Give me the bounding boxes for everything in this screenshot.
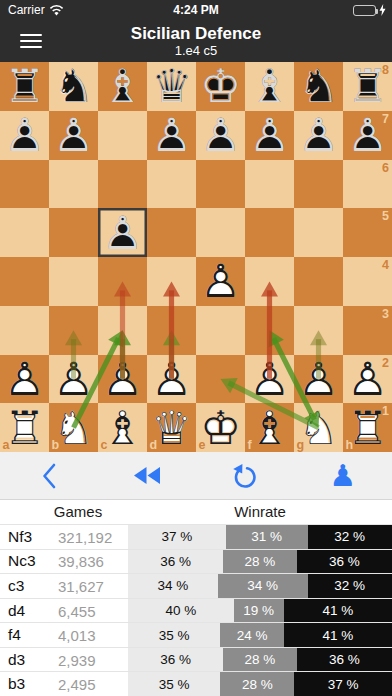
square-g1[interactable]: ♞♘g xyxy=(294,403,343,452)
square-f2[interactable]: ♟♙ xyxy=(245,355,294,404)
square-g7[interactable]: ♟♙ xyxy=(294,111,343,160)
black-pawn: ♟ xyxy=(98,208,147,257)
black-king-outline: ♔ xyxy=(196,62,245,111)
white-pawn: ♟ xyxy=(196,257,245,306)
move-row-b3[interactable]: b32,49535 %28 %37 % xyxy=(0,671,392,696)
square-e6[interactable] xyxy=(196,160,245,209)
black-win-segment: 32 % xyxy=(308,525,392,549)
table-header: Games Winrate xyxy=(0,500,392,524)
black-rook-outline: ♖ xyxy=(0,62,49,111)
white-pawn-outline: ♙ xyxy=(294,355,343,404)
black-win-segment: 37 % xyxy=(294,672,392,696)
black-win-segment: 32 % xyxy=(308,574,392,598)
black-pawn: ♟ xyxy=(196,111,245,160)
square-b7[interactable]: ♟♙ xyxy=(49,111,98,160)
winrate-column-header: Winrate xyxy=(128,503,392,520)
square-b4[interactable] xyxy=(49,257,98,306)
move-row-d3[interactable]: d32,93936 %28 %36 % xyxy=(0,647,392,672)
black-pawn: ♟ xyxy=(147,111,196,160)
moves-table: Games Winrate Nf3321,19237 %31 %32 %Nc33… xyxy=(0,500,392,696)
move-row-Nc3[interactable]: Nc339,83636 %28 %36 % xyxy=(0,549,392,574)
white-pawn-outline: ♙ xyxy=(49,355,98,404)
header: Carrier 4:24 PM Sicilian Defence 1.e4 c5 xyxy=(0,0,392,62)
square-a6[interactable] xyxy=(0,160,49,209)
black-bishop: ♝ xyxy=(245,62,294,111)
white-pawn-outline: ♙ xyxy=(245,355,294,404)
square-b5[interactable] xyxy=(49,208,98,257)
square-f7[interactable]: ♟♙ xyxy=(245,111,294,160)
white-pawn: ♟ xyxy=(49,355,98,404)
draw-segment: 28 % xyxy=(220,672,294,696)
square-e2[interactable] xyxy=(196,355,245,404)
white-win-segment: 35 % xyxy=(128,623,220,647)
square-d4[interactable] xyxy=(147,257,196,306)
white-bishop: ♝ xyxy=(245,403,294,452)
square-b3[interactable] xyxy=(49,306,98,355)
square-a8[interactable]: ♜♖ xyxy=(0,62,49,111)
black-knight: ♞ xyxy=(294,62,343,111)
draw-segment: 31 % xyxy=(226,525,308,549)
square-b2[interactable]: ♟♙ xyxy=(49,355,98,404)
file-label-b: b xyxy=(52,438,60,452)
games-count: 39,836 xyxy=(58,553,104,570)
rank-label-5: 5 xyxy=(382,209,389,223)
chevron-left-icon xyxy=(42,463,56,489)
hamburger-menu-icon[interactable] xyxy=(20,31,42,51)
square-a7[interactable]: ♟♙ xyxy=(0,111,49,160)
black-pawn-outline: ♙ xyxy=(98,208,147,257)
games-count: 31,627 xyxy=(58,577,104,594)
square-d3[interactable] xyxy=(147,306,196,355)
rank-label-4: 4 xyxy=(382,258,389,272)
black-bishop: ♝ xyxy=(98,62,147,111)
square-h2[interactable]: ♟♙2 xyxy=(343,355,392,404)
square-g8[interactable]: ♞♘ xyxy=(294,62,343,111)
draw-segment: 28 % xyxy=(223,648,297,672)
games-count: 6,455 xyxy=(58,602,96,619)
winrate-bar: 36 %28 %36 % xyxy=(128,550,392,574)
move-label: d3 xyxy=(8,651,25,669)
back-button[interactable] xyxy=(0,452,98,499)
square-a2[interactable]: ♟♙ xyxy=(0,355,49,404)
move-row-c3[interactable]: c331,62734 %34 %32 % xyxy=(0,573,392,598)
file-label-a: a xyxy=(3,438,10,452)
square-e4[interactable]: ♟♙ xyxy=(196,257,245,306)
file-label-g: g xyxy=(297,438,305,452)
app-root: Carrier 4:24 PM Sicilian Defence 1.e4 c5 xyxy=(0,0,392,696)
page-title: Sicilian Defence xyxy=(131,24,261,43)
square-h7[interactable]: ♟♙7 xyxy=(343,111,392,160)
black-knight-outline: ♘ xyxy=(49,62,98,111)
black-pawn-outline: ♙ xyxy=(49,111,98,160)
white-pawn-outline: ♙ xyxy=(147,355,196,404)
square-g5[interactable] xyxy=(294,208,343,257)
black-rook: ♜ xyxy=(0,62,49,111)
white-pawn-outline: ♙ xyxy=(0,355,49,404)
square-b8[interactable]: ♞♘ xyxy=(49,62,98,111)
move-row-d4[interactable]: d46,45540 %19 %41 % xyxy=(0,598,392,623)
move-row-f4[interactable]: f44,01335 %24 %41 % xyxy=(0,622,392,647)
rank-label-7: 7 xyxy=(382,112,389,126)
move-row-Nf3[interactable]: Nf3321,19237 %31 %32 % xyxy=(0,524,392,549)
black-win-segment: 36 % xyxy=(297,550,392,574)
move-label: f4 xyxy=(8,626,21,644)
square-a3[interactable] xyxy=(0,306,49,355)
square-a1[interactable]: ♜♖a xyxy=(0,403,49,452)
black-bishop-outline: ♗ xyxy=(98,62,147,111)
square-e3[interactable] xyxy=(196,306,245,355)
square-b1[interactable]: ♞♘b xyxy=(49,403,98,452)
square-f1[interactable]: ♝♗f xyxy=(245,403,294,452)
games-count: 2,939 xyxy=(58,651,96,668)
square-g6[interactable] xyxy=(294,160,343,209)
square-b6[interactable] xyxy=(49,160,98,209)
winrate-bar: 36 %28 %36 % xyxy=(128,648,392,672)
white-pawn: ♟ xyxy=(0,355,49,404)
rewind-button[interactable] xyxy=(98,452,196,499)
navigation-bar: Sicilian Defence 1.e4 c5 xyxy=(0,20,392,62)
black-win-segment: 36 % xyxy=(297,648,392,672)
draw-segment: 19 % xyxy=(234,599,284,623)
file-label-e: e xyxy=(199,438,206,452)
file-label-c: c xyxy=(101,438,108,452)
table-rows: Nf3321,19237 %31 %32 %Nc339,83636 %28 %3… xyxy=(0,524,392,696)
square-c4[interactable] xyxy=(98,257,147,306)
white-pawn: ♟ xyxy=(245,355,294,404)
square-g2[interactable]: ♟♙ xyxy=(294,355,343,404)
file-label-d: d xyxy=(150,438,158,452)
draw-segment: 28 % xyxy=(223,550,297,574)
black-pawn-outline: ♙ xyxy=(147,111,196,160)
square-f8[interactable]: ♝♗ xyxy=(245,62,294,111)
black-pawn-outline: ♙ xyxy=(0,111,49,160)
rotate-counterclockwise-icon xyxy=(230,461,260,491)
winrate-bar: 40 %19 %41 % xyxy=(128,599,392,623)
black-win-segment: 41 % xyxy=(284,623,392,647)
toolbar: ♟ xyxy=(0,452,392,500)
square-h5[interactable]: 5 xyxy=(343,208,392,257)
black-knight-outline: ♘ xyxy=(294,62,343,111)
square-a4[interactable] xyxy=(0,257,49,306)
square-e8[interactable]: ♚♔ xyxy=(196,62,245,111)
pawn-icon: ♟ xyxy=(330,461,357,491)
black-queen: ♛ xyxy=(147,62,196,111)
square-e1[interactable]: ♚♔e xyxy=(196,403,245,452)
rank-label-8: 8 xyxy=(382,63,389,77)
black-bishop-outline: ♗ xyxy=(245,62,294,111)
opening-moves-subtitle: 1.e4 c5 xyxy=(175,43,218,58)
battery-icon xyxy=(353,5,376,16)
fast-backward-icon xyxy=(134,467,160,484)
white-bishop-outline: ♗ xyxy=(245,403,294,452)
winrate-bar: 34 %34 %32 % xyxy=(128,574,392,598)
square-c8[interactable]: ♝♗ xyxy=(98,62,147,111)
square-h1[interactable]: ♜♖1h xyxy=(343,403,392,452)
black-queen-outline: ♕ xyxy=(147,62,196,111)
white-pawn: ♟ xyxy=(98,355,147,404)
winrate-bar: 35 %28 %37 % xyxy=(128,672,392,696)
board-squares: ♜♖♞♘♝♗♛♕♚♔♝♗♞♘♜♖8♟♙♟♙♟♙♟♙♟♙♟♙♟♙76♟♙5♟♙43… xyxy=(0,62,392,452)
file-label-h: h xyxy=(346,438,354,452)
square-e7[interactable]: ♟♙ xyxy=(196,111,245,160)
square-c2[interactable]: ♟♙ xyxy=(98,355,147,404)
white-win-segment: 34 % xyxy=(128,574,218,598)
winrate-bar: 35 %24 %41 % xyxy=(128,623,392,647)
white-pawn-outline: ♙ xyxy=(98,355,147,404)
chess-board[interactable]: ♜♖♞♘♝♗♛♕♚♔♝♗♞♘♜♖8♟♙♟♙♟♙♟♙♟♙♟♙♟♙76♟♙5♟♙43… xyxy=(0,62,392,452)
square-h6[interactable]: 6 xyxy=(343,160,392,209)
white-pawn: ♟ xyxy=(147,355,196,404)
black-pawn: ♟ xyxy=(0,111,49,160)
reset-button[interactable] xyxy=(196,452,294,499)
move-label: b3 xyxy=(8,675,25,693)
white-win-segment: 37 % xyxy=(128,525,226,549)
square-d7[interactable]: ♟♙ xyxy=(147,111,196,160)
square-c3[interactable] xyxy=(98,306,147,355)
move-label: Nc3 xyxy=(8,552,36,570)
black-knight: ♞ xyxy=(49,62,98,111)
draw-segment: 24 % xyxy=(220,623,283,647)
square-f3[interactable] xyxy=(245,306,294,355)
square-f6[interactable] xyxy=(245,160,294,209)
rank-label-1: 1 xyxy=(382,404,389,418)
games-count: 321,192 xyxy=(58,528,112,545)
games-count: 4,013 xyxy=(58,627,96,644)
square-h4[interactable]: 4 xyxy=(343,257,392,306)
square-h3[interactable]: 3 xyxy=(343,306,392,355)
square-g3[interactable] xyxy=(294,306,343,355)
move-label: c3 xyxy=(8,577,24,595)
charging-bolt-icon xyxy=(379,4,386,16)
square-h8[interactable]: ♜♖8 xyxy=(343,62,392,111)
square-f4[interactable] xyxy=(245,257,294,306)
square-e5[interactable] xyxy=(196,208,245,257)
draw-segment: 34 % xyxy=(218,574,308,598)
square-g4[interactable] xyxy=(294,257,343,306)
games-count: 2,495 xyxy=(58,676,96,693)
square-d6[interactable] xyxy=(147,160,196,209)
white-win-segment: 36 % xyxy=(128,550,223,574)
white-win-segment: 35 % xyxy=(128,672,220,696)
white-win-segment: 36 % xyxy=(128,648,223,672)
black-pawn: ♟ xyxy=(245,111,294,160)
rank-label-3: 3 xyxy=(382,307,389,321)
white-win-segment: 40 % xyxy=(128,599,234,623)
square-c5[interactable]: ♟♙ xyxy=(98,208,147,257)
square-d2[interactable]: ♟♙ xyxy=(147,355,196,404)
white-pawn-outline: ♙ xyxy=(196,257,245,306)
black-pawn-outline: ♙ xyxy=(245,111,294,160)
square-c1[interactable]: ♝♗c xyxy=(98,403,147,452)
black-pawn: ♟ xyxy=(294,111,343,160)
black-win-segment: 41 % xyxy=(284,599,392,623)
move-label: Nf3 xyxy=(8,528,32,546)
winrate-bar: 37 %31 %32 % xyxy=(128,525,392,549)
status-bar: Carrier 4:24 PM xyxy=(0,0,392,20)
clock: 4:24 PM xyxy=(0,3,392,17)
white-pawn: ♟ xyxy=(294,355,343,404)
games-column-header: Games xyxy=(40,503,116,520)
square-d1[interactable]: ♛♕d xyxy=(147,403,196,452)
file-label-f: f xyxy=(248,438,252,452)
black-pawn-outline: ♙ xyxy=(294,111,343,160)
move-label: d4 xyxy=(8,602,25,620)
piece-button[interactable]: ♟ xyxy=(294,452,392,499)
square-c7[interactable] xyxy=(98,111,147,160)
rank-label-2: 2 xyxy=(382,356,389,370)
square-d5[interactable] xyxy=(147,208,196,257)
black-pawn-outline: ♙ xyxy=(196,111,245,160)
black-king: ♚ xyxy=(196,62,245,111)
rank-label-6: 6 xyxy=(382,161,389,175)
square-c6[interactable] xyxy=(98,160,147,209)
square-a5[interactable] xyxy=(0,208,49,257)
black-pawn: ♟ xyxy=(49,111,98,160)
square-d8[interactable]: ♛♕ xyxy=(147,62,196,111)
square-f5[interactable] xyxy=(245,208,294,257)
